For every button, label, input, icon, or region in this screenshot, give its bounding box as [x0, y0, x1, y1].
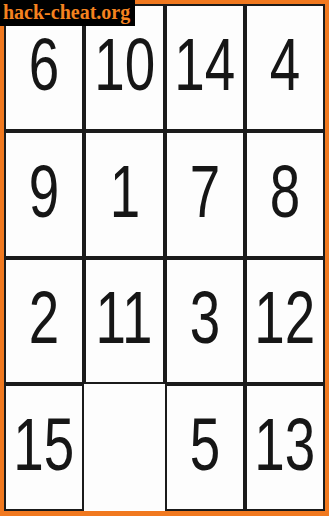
tile-number: 8 [270, 154, 300, 235]
tile-number: 3 [189, 280, 219, 361]
empty-cell [84, 384, 164, 511]
tile-number: 15 [14, 407, 75, 488]
tile-1[interactable]: 1 [84, 131, 164, 258]
tile-14[interactable]: 14 [165, 4, 245, 131]
tile-number: 7 [189, 154, 219, 235]
tile-12[interactable]: 12 [245, 258, 325, 385]
tile-number: 14 [174, 27, 235, 108]
tile-7[interactable]: 7 [165, 131, 245, 258]
tile-number: 4 [270, 27, 300, 108]
tile-number: 1 [109, 154, 139, 235]
tile-15[interactable]: 15 [4, 384, 84, 511]
puzzle-board: 610144917821131215513 [4, 4, 325, 511]
tile-number: 10 [94, 27, 155, 108]
tile-number: 2 [29, 280, 59, 361]
tile-3[interactable]: 3 [165, 258, 245, 385]
watermark-banner: hack-cheat.org [0, 0, 135, 26]
tile-8[interactable]: 8 [245, 131, 325, 258]
tile-11[interactable]: 11 [84, 258, 164, 385]
tile-number: 11 [96, 280, 153, 361]
tile-4[interactable]: 4 [245, 4, 325, 131]
tile-number: 12 [254, 280, 315, 361]
puzzle-frame: hack-cheat.org 610144917821131215513 [0, 0, 329, 516]
tile-2[interactable]: 2 [4, 258, 84, 385]
tile-number: 6 [29, 27, 59, 108]
tile-number: 5 [189, 407, 219, 488]
tile-13[interactable]: 13 [245, 384, 325, 511]
tile-5[interactable]: 5 [165, 384, 245, 511]
tile-number: 13 [254, 407, 315, 488]
tile-number: 9 [29, 154, 59, 235]
tile-9[interactable]: 9 [4, 131, 84, 258]
